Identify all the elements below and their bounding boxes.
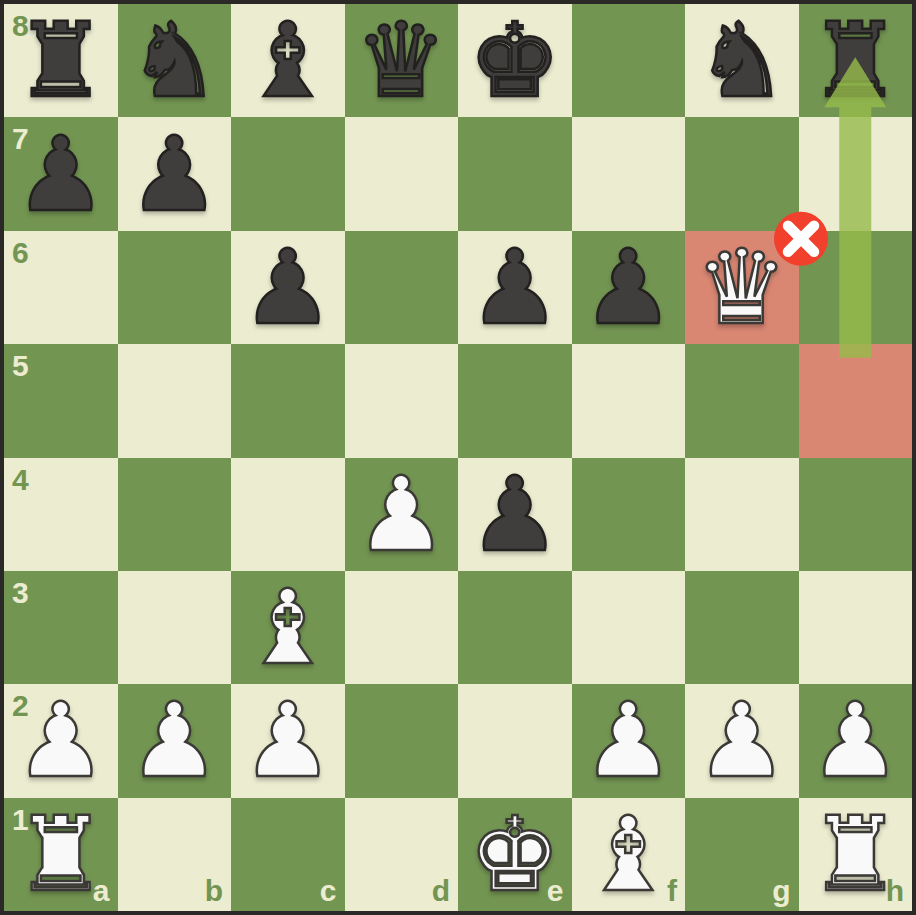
square-g4[interactable]: [685, 458, 799, 571]
square-c3[interactable]: ♝: [231, 571, 345, 684]
square-c4[interactable]: [231, 458, 345, 571]
piece-black-pawn-e6[interactable]: ♟: [469, 236, 561, 339]
square-b1[interactable]: b: [118, 798, 232, 911]
piece-black-rook-h8[interactable]: ♜: [809, 9, 901, 112]
square-f5[interactable]: [572, 344, 686, 457]
file-label-d: d: [432, 876, 450, 906]
piece-white-pawn-h2[interactable]: ♟: [809, 689, 901, 792]
square-a1[interactable]: 1a♜: [4, 798, 118, 911]
square-c2[interactable]: ♟: [231, 684, 345, 797]
square-d2[interactable]: [345, 684, 459, 797]
file-label-g: g: [772, 876, 790, 906]
square-h8[interactable]: ♜: [799, 4, 913, 117]
square-h5[interactable]: [799, 344, 913, 457]
square-a8[interactable]: 8♜: [4, 4, 118, 117]
rank-label-5: 5: [12, 351, 29, 381]
piece-black-king-e8[interactable]: ♚: [469, 9, 561, 112]
square-d5[interactable]: [345, 344, 459, 457]
rank-label-3: 3: [12, 578, 29, 608]
square-e4[interactable]: ♟: [458, 458, 572, 571]
square-d4[interactable]: ♟: [345, 458, 459, 571]
piece-white-pawn-c2[interactable]: ♟: [242, 689, 334, 792]
square-e1[interactable]: e♚: [458, 798, 572, 911]
square-h7[interactable]: [799, 117, 913, 230]
square-c8[interactable]: ♝: [231, 4, 345, 117]
piece-black-knight-b8[interactable]: ♞: [128, 9, 220, 112]
square-e8[interactable]: ♚: [458, 4, 572, 117]
piece-white-bishop-f1[interactable]: ♝: [582, 803, 674, 906]
square-d7[interactable]: [345, 117, 459, 230]
piece-white-king-e1[interactable]: ♚: [469, 803, 561, 906]
square-d6[interactable]: [345, 231, 459, 344]
piece-white-pawn-f2[interactable]: ♟: [582, 689, 674, 792]
piece-white-pawn-a2[interactable]: ♟: [15, 689, 107, 792]
square-g6[interactable]: ♛: [685, 231, 799, 344]
piece-white-rook-a1[interactable]: ♜: [15, 803, 107, 906]
square-g1[interactable]: g: [685, 798, 799, 911]
square-h6[interactable]: [799, 231, 913, 344]
square-f1[interactable]: f♝: [572, 798, 686, 911]
piece-black-pawn-b7[interactable]: ♟: [128, 123, 220, 226]
square-g8[interactable]: ♞: [685, 4, 799, 117]
rank-label-4: 4: [12, 465, 29, 495]
chess-board-frame: 8♜♞♝♛♚♞♜7♟♟6♟♟♟♛54♟♟3♝2♟♟♟♟♟♟1a♜bcde♚f♝g…: [0, 0, 916, 915]
square-c7[interactable]: [231, 117, 345, 230]
piece-black-queen-d8[interactable]: ♛: [355, 9, 447, 112]
square-f7[interactable]: [572, 117, 686, 230]
square-b8[interactable]: ♞: [118, 4, 232, 117]
piece-black-pawn-c6[interactable]: ♟: [242, 236, 334, 339]
piece-white-pawn-b2[interactable]: ♟: [128, 689, 220, 792]
square-g7[interactable]: [685, 117, 799, 230]
square-a5[interactable]: 5: [4, 344, 118, 457]
square-g2[interactable]: ♟: [685, 684, 799, 797]
square-a3[interactable]: 3: [4, 571, 118, 684]
square-b5[interactable]: [118, 344, 232, 457]
piece-black-pawn-f6[interactable]: ♟: [582, 236, 674, 339]
square-f4[interactable]: [572, 458, 686, 571]
square-a2[interactable]: 2♟: [4, 684, 118, 797]
square-f3[interactable]: [572, 571, 686, 684]
piece-black-rook-a8[interactable]: ♜: [15, 9, 107, 112]
square-b2[interactable]: ♟: [118, 684, 232, 797]
rank-label-6: 6: [12, 238, 29, 268]
piece-black-pawn-a7[interactable]: ♟: [15, 123, 107, 226]
square-h2[interactable]: ♟: [799, 684, 913, 797]
square-e2[interactable]: [458, 684, 572, 797]
square-e7[interactable]: [458, 117, 572, 230]
square-f2[interactable]: ♟: [572, 684, 686, 797]
piece-black-bishop-c8[interactable]: ♝: [242, 9, 334, 112]
piece-white-rook-h1[interactable]: ♜: [809, 803, 901, 906]
square-b6[interactable]: [118, 231, 232, 344]
square-g5[interactable]: [685, 344, 799, 457]
square-b4[interactable]: [118, 458, 232, 571]
chess-board: 8♜♞♝♛♚♞♜7♟♟6♟♟♟♛54♟♟3♝2♟♟♟♟♟♟1a♜bcde♚f♝g…: [4, 4, 912, 911]
file-label-c: c: [320, 876, 337, 906]
square-e6[interactable]: ♟: [458, 231, 572, 344]
square-d1[interactable]: d: [345, 798, 459, 911]
piece-white-pawn-d4[interactable]: ♟: [355, 463, 447, 566]
square-h1[interactable]: h♜: [799, 798, 913, 911]
square-c6[interactable]: ♟: [231, 231, 345, 344]
square-d3[interactable]: [345, 571, 459, 684]
square-f8[interactable]: [572, 4, 686, 117]
piece-white-pawn-g2[interactable]: ♟: [696, 689, 788, 792]
square-a6[interactable]: 6: [4, 231, 118, 344]
piece-white-queen-g6[interactable]: ♛: [696, 236, 788, 339]
square-c1[interactable]: c: [231, 798, 345, 911]
square-b7[interactable]: ♟: [118, 117, 232, 230]
piece-white-bishop-c3[interactable]: ♝: [242, 576, 334, 679]
square-b3[interactable]: [118, 571, 232, 684]
square-a7[interactable]: 7♟: [4, 117, 118, 230]
square-h4[interactable]: [799, 458, 913, 571]
piece-black-knight-g8[interactable]: ♞: [696, 9, 788, 112]
square-h3[interactable]: [799, 571, 913, 684]
square-d8[interactable]: ♛: [345, 4, 459, 117]
square-e3[interactable]: [458, 571, 572, 684]
square-f6[interactable]: ♟: [572, 231, 686, 344]
file-label-b: b: [205, 876, 223, 906]
square-e5[interactable]: [458, 344, 572, 457]
square-a4[interactable]: 4: [4, 458, 118, 571]
square-g3[interactable]: [685, 571, 799, 684]
piece-black-pawn-e4[interactable]: ♟: [469, 463, 561, 566]
square-c5[interactable]: [231, 344, 345, 457]
